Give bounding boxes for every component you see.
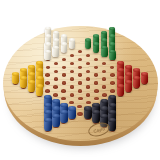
peg-green-q2-r-5[interactable]	[93, 42, 100, 53]
peg-blue-q-2-r6[interactable]	[60, 110, 68, 123]
peg-black-q1-r4[interactable]	[84, 107, 92, 120]
peg-green-q4-r-5[interactable]	[109, 50, 116, 61]
peg-white-q-1-r-4[interactable]	[69, 39, 76, 49]
peg-blue-q-4-r8[interactable]	[44, 118, 52, 131]
photo-background: Cayro	[0, 0, 160, 160]
peg-yellow-q-6-r4[interactable]	[28, 80, 36, 92]
pegs-layer	[0, 0, 160, 160]
peg-red-q5-r-1[interactable]	[117, 84, 125, 96]
peg-red-q8-r-4[interactable]	[141, 73, 148, 85]
peg-green-q1-r-5[interactable]	[85, 39, 92, 49]
peg-green-q3-r-5[interactable]	[101, 46, 108, 57]
peg-white-q-4-r-1[interactable]	[44, 50, 51, 61]
peg-black-q2-r4[interactable]	[92, 110, 100, 123]
peg-red-q7-r-3[interactable]	[133, 76, 141, 88]
brand-stamp-text: Cayro	[93, 126, 105, 133]
peg-red-q6-r-2[interactable]	[125, 80, 133, 92]
peg-blue-q-3-r7[interactable]	[52, 114, 60, 127]
peg-white-q-3-r-2[interactable]	[52, 46, 59, 57]
peg-yellow-q-5-r4[interactable]	[36, 84, 44, 96]
peg-yellow-q-7-r4[interactable]	[20, 76, 28, 88]
peg-white-q-2-r-3[interactable]	[61, 42, 68, 53]
peg-yellow-q-8-r4[interactable]	[12, 73, 19, 85]
peg-blue-q-1-r5[interactable]	[68, 107, 76, 120]
